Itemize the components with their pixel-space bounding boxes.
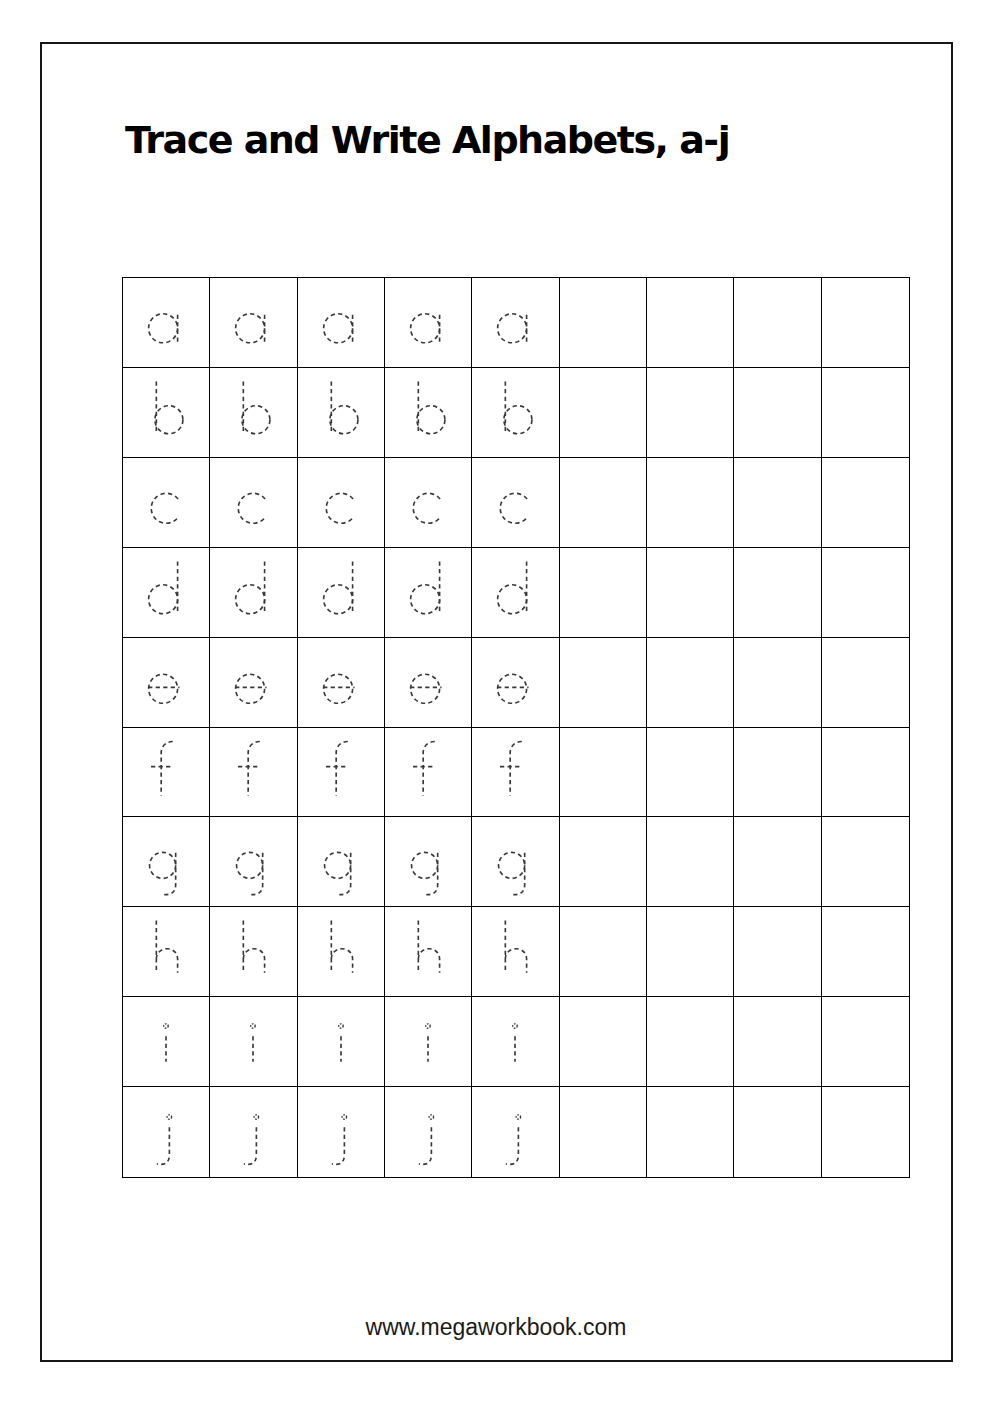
traced-letter-b-glyph [223,369,283,456]
tracing-grid [122,277,910,1178]
traced-letter-a-glyph [136,279,196,366]
traced-letter-i-glyph [485,998,545,1085]
write-cell [734,278,821,368]
trace-cell-d [123,548,210,638]
trace-cell-j [210,1087,297,1177]
write-cell [647,638,734,728]
trace-cell-f [210,728,297,818]
write-cell [734,458,821,548]
trace-cell-i [298,997,385,1087]
write-cell [647,458,734,548]
write-cell [647,997,734,1087]
trace-cell-i [472,997,559,1087]
trace-cell-c [210,458,297,548]
traced-letter-i-glyph [398,998,458,1085]
trace-cell-c [472,458,559,548]
write-cell [734,1087,821,1177]
write-cell [822,368,909,458]
traced-letter-h-glyph [398,908,458,995]
trace-cell-i [385,997,472,1087]
write-cell [734,907,821,997]
trace-cell-i [210,997,297,1087]
write-cell [734,817,821,907]
traced-letter-c-glyph [485,459,545,546]
traced-letter-c-glyph [223,459,283,546]
traced-letter-a-glyph [398,279,458,366]
traced-letter-a-glyph [223,279,283,366]
write-cell [822,997,909,1087]
trace-cell-f [298,728,385,818]
trace-cell-a [385,278,472,368]
write-cell [560,1087,647,1177]
traced-letter-h-glyph [311,908,371,995]
write-cell [822,907,909,997]
traced-letter-i-glyph [311,998,371,1085]
trace-cell-h [123,907,210,997]
trace-cell-b [472,368,559,458]
traced-letter-i-glyph [223,998,283,1085]
trace-cell-g [472,817,559,907]
write-cell [822,278,909,368]
traced-letter-b-glyph [311,369,371,456]
trace-cell-f [472,728,559,818]
write-cell [560,368,647,458]
traced-letter-g-glyph [311,818,371,905]
traced-letter-f-glyph [136,728,196,815]
traced-letter-f-glyph [485,728,545,815]
traced-letter-i-glyph [136,998,196,1085]
write-cell [560,817,647,907]
traced-letter-d-glyph [485,549,545,636]
traced-letter-c-glyph [311,459,371,546]
traced-letter-h-glyph [485,908,545,995]
trace-cell-a [298,278,385,368]
trace-cell-b [210,368,297,458]
traced-letter-b-glyph [398,369,458,456]
traced-letter-c-glyph [398,459,458,546]
write-cell [647,907,734,997]
traced-letter-g-glyph [485,818,545,905]
trace-cell-i [123,997,210,1087]
traced-letter-c-glyph [136,459,196,546]
trace-cell-h [472,907,559,997]
write-cell [560,638,647,728]
write-cell [560,728,647,818]
page-title: Trace and Write Alphabets, a-j [125,118,729,162]
write-cell [734,548,821,638]
trace-cell-f [123,728,210,818]
footer-url: www.megaworkbook.com [0,1314,992,1341]
write-cell [734,728,821,818]
traced-letter-a-glyph [311,279,371,366]
write-cell [734,368,821,458]
trace-cell-e [123,638,210,728]
traced-letter-d-glyph [398,549,458,636]
traced-letter-e-glyph [136,639,196,726]
trace-cell-b [298,368,385,458]
traced-letter-h-glyph [136,908,196,995]
trace-cell-d [472,548,559,638]
trace-cell-e [385,638,472,728]
traced-letter-e-glyph [398,639,458,726]
worksheet-page: Trace and Write Alphabets, a-j www.megaw… [0,0,992,1403]
trace-cell-j [472,1087,559,1177]
traced-letter-g-glyph [223,818,283,905]
write-cell [822,1087,909,1177]
write-cell [560,278,647,368]
trace-cell-h [210,907,297,997]
write-cell [647,1087,734,1177]
trace-cell-b [385,368,472,458]
trace-cell-j [385,1087,472,1177]
trace-cell-j [123,1087,210,1177]
write-cell [560,997,647,1087]
trace-cell-d [210,548,297,638]
traced-letter-e-glyph [485,639,545,726]
trace-cell-h [298,907,385,997]
write-cell [647,548,734,638]
trace-cell-a [210,278,297,368]
trace-cell-g [298,817,385,907]
traced-letter-f-glyph [398,728,458,815]
trace-cell-c [298,458,385,548]
write-cell [647,278,734,368]
write-cell [647,817,734,907]
traced-letter-g-glyph [136,818,196,905]
traced-letter-e-glyph [311,639,371,726]
trace-cell-j [298,1087,385,1177]
traced-letter-f-glyph [223,728,283,815]
write-cell [822,548,909,638]
trace-cell-g [385,817,472,907]
trace-cell-d [298,548,385,638]
trace-cell-h [385,907,472,997]
traced-letter-g-glyph [398,818,458,905]
write-cell [822,458,909,548]
traced-letter-h-glyph [223,908,283,995]
trace-cell-e [298,638,385,728]
traced-letter-b-glyph [136,369,196,456]
trace-cell-e [210,638,297,728]
traced-letter-f-glyph [311,728,371,815]
trace-cell-e [472,638,559,728]
traced-letter-j-glyph [223,1089,283,1176]
traced-letter-e-glyph [223,639,283,726]
traced-letter-j-glyph [136,1089,196,1176]
write-cell [822,817,909,907]
write-cell [647,728,734,818]
trace-cell-f [385,728,472,818]
traced-letter-b-glyph [485,369,545,456]
trace-cell-g [210,817,297,907]
traced-letter-j-glyph [485,1089,545,1176]
traced-letter-j-glyph [398,1089,458,1176]
trace-cell-c [385,458,472,548]
trace-cell-b [123,368,210,458]
write-cell [560,458,647,548]
traced-letter-d-glyph [136,549,196,636]
traced-letter-j-glyph [311,1089,371,1176]
trace-cell-a [472,278,559,368]
traced-letter-d-glyph [223,549,283,636]
write-cell [734,997,821,1087]
traced-letter-d-glyph [311,549,371,636]
write-cell [822,638,909,728]
write-cell [560,548,647,638]
trace-cell-d [385,548,472,638]
write-cell [560,907,647,997]
write-cell [647,368,734,458]
trace-cell-g [123,817,210,907]
trace-cell-c [123,458,210,548]
trace-cell-a [123,278,210,368]
traced-letter-a-glyph [485,279,545,366]
write-cell [822,728,909,818]
write-cell [734,638,821,728]
